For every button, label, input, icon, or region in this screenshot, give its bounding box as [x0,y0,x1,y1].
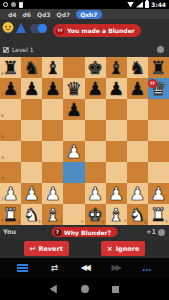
file-label: g [144,220,147,225]
move-d6[interactable]: d6 [22,11,30,18]
white-pawn: ♟ [127,183,148,204]
notification-dot-icon [11,2,16,7]
square-b7[interactable]: ♟ [21,78,42,99]
rank-label: 8 [1,72,4,77]
black-pawn: ♟ [21,78,42,99]
square-e3[interactable] [85,162,106,183]
square-c2[interactable]: ♟ [42,183,63,204]
clock-time: 3:44 [151,1,166,8]
fast-forward-icon[interactable]: ▶▶ [111,264,119,272]
rank-label: 1 [1,219,4,224]
black-queen: ♛ [63,78,84,99]
flip-board-icon[interactable]: ⇄ [51,264,59,273]
opponent-material-dot [157,46,164,53]
player-row: You ? Why Blunder? +1 [0,225,169,239]
square-a1[interactable]: ♜1a [0,204,21,225]
black-pawn: ♟ [63,99,84,120]
rank-label: 6 [1,114,4,119]
notification-circle-icon [3,2,8,7]
white-pawn: ♟ [21,183,42,204]
square-c7[interactable]: ♟ [42,78,63,99]
square-e8[interactable]: ♚ [85,57,106,78]
black-knight: ♞ [127,57,148,78]
square-f8[interactable]: ♝ [106,57,127,78]
wifi-icon [127,2,134,8]
mini-board-icon [3,47,9,53]
question-icon: ? [54,229,61,236]
black-pawn: ♟ [85,78,106,99]
square-g7[interactable]: ♟ [127,78,148,99]
notification-file-icon [19,2,23,8]
move-list: d4d6Qd3Qd7Qxh7 [0,9,169,19]
white-pawn: ♟ [85,183,106,204]
square-h7[interactable]: ♛?? [148,78,169,99]
square-h2[interactable]: ♟ [148,183,169,204]
black-rook: ♜ [148,57,169,78]
white-pawn: ♟ [148,183,169,204]
blunder-banner-text: You made a Blunder [67,27,135,34]
square-b6[interactable] [21,99,42,120]
toggle-thumb [38,24,47,33]
square-g2[interactable]: ♟ [127,183,148,204]
file-label: b [38,220,41,225]
home-icon[interactable] [81,285,89,293]
square-e5[interactable] [85,120,106,141]
square-b2[interactable]: ♟ [21,183,42,204]
square-e2[interactable]: ♟ [85,183,106,204]
square-a5[interactable]: 5 [0,120,21,141]
board: ♜8♞♝♚♝♞♜♟7♟♟♛♟♟♟♛??6♟54♟3♟2♟♟♟♟♟♟♜1a♞b♝c… [0,57,169,225]
file-label: f [124,220,126,225]
black-bishop: ♝ [106,57,127,78]
recents-icon[interactable] [112,286,119,293]
more-options-icon[interactable]: … [142,266,152,271]
file-label: a [17,220,20,225]
baby-face-level-avatar[interactable] [2,21,14,33]
blunder-banner: ?? You made a Blunder [53,24,141,37]
move-Qd7[interactable]: Qd7 [57,11,71,18]
black-bishop: ♝ [42,57,63,78]
square-a2[interactable]: ♟2 [0,183,21,204]
square-c4[interactable] [42,141,63,162]
rank-label: 3 [1,177,4,182]
square-a6[interactable]: 6 [0,99,21,120]
back-icon[interactable] [50,285,57,294]
square-d6[interactable]: ♟ [63,99,84,120]
square-d1[interactable]: d [63,204,84,225]
square-c8[interactable]: ♝ [42,57,63,78]
square-e6[interactable] [85,99,106,120]
android-status-bar: 3:44 [0,0,169,9]
file-label: e [102,220,105,225]
why-blunder-button[interactable]: ? Why Blunder? [51,227,118,237]
square-a3[interactable]: 3 [0,162,21,183]
chess-app-window: 3:44 d4d6Qd3Qd7Qxh7 ?? You made a Blunde… [0,0,169,300]
black-pawn: ♟ [42,78,63,99]
square-d4[interactable]: ♟ [63,141,84,162]
revert-button[interactable]: ↩ Revert [24,241,69,256]
white-pawn: ♟ [106,183,127,204]
header: ?? You made a Blunder Level 1 [0,19,169,57]
square-a8[interactable]: ♜8 [0,57,21,78]
square-f1[interactable]: ♝f [106,204,127,225]
square-d7[interactable]: ♛ [63,78,84,99]
signal-icon [136,2,143,8]
square-g1[interactable]: ♞g [127,204,148,225]
square-f4[interactable] [106,141,127,162]
action-button-row: ↩ Revert × Ignore [0,239,169,258]
bottom-toolbar: ⇄ ◀◀ ▶▶ … [0,258,169,278]
black-pawn: ♟ [106,78,127,99]
square-h5[interactable] [148,120,169,141]
square-a4[interactable]: 4 [0,141,21,162]
level-row: Level 1 [3,46,34,53]
square-f7[interactable]: ♟ [106,78,127,99]
menu-icon[interactable] [17,264,28,272]
square-g6[interactable] [127,99,148,120]
rank-label: 7 [1,93,4,98]
square-d3[interactable] [63,162,84,183]
black-knight: ♞ [21,57,42,78]
square-d5[interactable] [63,120,84,141]
ignore-button[interactable]: × Ignore [101,241,146,256]
square-g5[interactable] [127,120,148,141]
rank-label: 2 [1,198,4,203]
square-c3[interactable] [42,162,63,183]
file-label: c [60,220,62,225]
engine-toggle[interactable] [30,24,46,33]
square-b1[interactable]: ♞b [21,204,42,225]
square-f3[interactable] [106,162,127,183]
file-label: h [165,220,168,225]
player-label: You [3,228,16,236]
square-h1[interactable]: ♜h [148,204,169,225]
square-g4[interactable] [127,141,148,162]
move-d4[interactable]: d4 [8,11,16,18]
square-f2[interactable]: ♟ [106,183,127,204]
square-g8[interactable]: ♞ [127,57,148,78]
captured-pawn-dot [158,229,165,236]
square-e1[interactable]: ♚e [85,204,106,225]
revert-label: Revert [38,245,62,253]
white-pawn: ♟ [63,141,84,162]
square-f5[interactable] [106,120,127,141]
blunder-move-badge: ?? [148,79,157,88]
square-h8[interactable]: ♜ [148,57,169,78]
why-blunder-label: Why Blunder? [64,229,111,236]
black-king: ♚ [85,57,106,78]
white-pawn: ♟ [42,183,63,204]
file-label: d [81,220,84,225]
square-b8[interactable]: ♞ [21,57,42,78]
material-score: +1 [146,228,156,236]
square-c5[interactable] [42,120,63,141]
battery-icon [145,1,149,8]
square-b3[interactable] [21,162,42,183]
move-Qxh7[interactable]: Qxh7 [76,10,101,19]
square-c6[interactable] [42,99,63,120]
level-label: Level 1 [12,46,34,53]
move-Qd3[interactable]: Qd3 [37,11,51,18]
revert-arrow-icon: ↩ [30,245,36,253]
android-nav-bar [0,278,169,300]
square-h6[interactable] [148,99,169,120]
close-icon: × [107,245,113,253]
square-h3[interactable] [148,162,169,183]
square-e4[interactable] [85,141,106,162]
square-f6[interactable] [106,99,127,120]
square-d8[interactable] [63,57,84,78]
square-h4[interactable] [148,141,169,162]
black-pawn: ♟ [127,78,148,99]
rewind-icon[interactable]: ◀◀ [81,264,89,272]
square-e7[interactable]: ♟ [85,78,106,99]
level-up-triangle-icon[interactable] [16,23,26,33]
blunder-badge-icon: ?? [56,27,64,35]
square-a7[interactable]: ♟7 [0,78,21,99]
rank-label: 5 [1,135,4,140]
square-d2[interactable] [63,183,84,204]
square-g3[interactable] [127,162,148,183]
ignore-label: Ignore [116,245,140,253]
square-b4[interactable] [21,141,42,162]
square-c1[interactable]: ♝c [42,204,63,225]
square-b5[interactable] [21,120,42,141]
rank-label: 4 [1,156,4,161]
